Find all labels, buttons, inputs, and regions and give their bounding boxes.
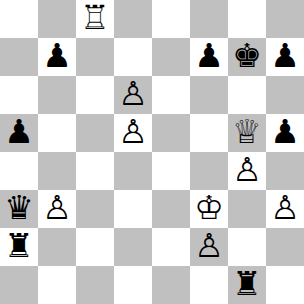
- square-e5[interactable]: [152, 114, 190, 152]
- square-c3[interactable]: [76, 190, 114, 228]
- square-a4[interactable]: [0, 152, 38, 190]
- square-h5[interactable]: ♟: [266, 114, 304, 152]
- square-e4[interactable]: [152, 152, 190, 190]
- square-d5[interactable]: ♙: [114, 114, 152, 152]
- square-h4[interactable]: [266, 152, 304, 190]
- white-pawn: ♙: [232, 152, 262, 189]
- square-c1[interactable]: [76, 266, 114, 304]
- square-f7[interactable]: ♟: [190, 38, 228, 76]
- black-pawn: ♟: [42, 38, 72, 75]
- square-h7[interactable]: ♟: [266, 38, 304, 76]
- square-g7[interactable]: ♚: [228, 38, 266, 76]
- square-b1[interactable]: [38, 266, 76, 304]
- black-pawn: ♟: [270, 114, 300, 151]
- square-b4[interactable]: [38, 152, 76, 190]
- square-e1[interactable]: [152, 266, 190, 304]
- white-pawn: ♙: [270, 190, 300, 227]
- square-b3[interactable]: ♙: [38, 190, 76, 228]
- square-a2[interactable]: ♜: [0, 228, 38, 266]
- square-f1[interactable]: [190, 266, 228, 304]
- square-c5[interactable]: [76, 114, 114, 152]
- white-pawn: ♙: [42, 190, 72, 227]
- black-king: ♚: [232, 38, 262, 75]
- square-c2[interactable]: [76, 228, 114, 266]
- square-b6[interactable]: [38, 76, 76, 114]
- square-f4[interactable]: [190, 152, 228, 190]
- square-a7[interactable]: [0, 38, 38, 76]
- square-f8[interactable]: [190, 0, 228, 38]
- square-c7[interactable]: [76, 38, 114, 76]
- chess-board: ♖♟♟♚♟♙♟♙♕♟♙♛♙♔♙♜♙♜: [0, 0, 304, 304]
- square-b2[interactable]: [38, 228, 76, 266]
- square-e2[interactable]: [152, 228, 190, 266]
- square-a8[interactable]: [0, 0, 38, 38]
- white-king: ♔: [194, 190, 224, 227]
- white-pawn: ♙: [118, 76, 148, 113]
- black-rook: ♜: [232, 266, 262, 303]
- white-rook: ♖: [80, 0, 110, 37]
- square-c6[interactable]: [76, 76, 114, 114]
- square-e6[interactable]: [152, 76, 190, 114]
- white-pawn: ♙: [194, 228, 224, 265]
- square-c4[interactable]: [76, 152, 114, 190]
- square-g3[interactable]: [228, 190, 266, 228]
- square-d6[interactable]: ♙: [114, 76, 152, 114]
- square-b8[interactable]: [38, 0, 76, 38]
- square-a1[interactable]: [0, 266, 38, 304]
- square-h1[interactable]: [266, 266, 304, 304]
- white-pawn: ♙: [118, 114, 148, 151]
- square-d4[interactable]: [114, 152, 152, 190]
- square-b5[interactable]: [38, 114, 76, 152]
- square-g4[interactable]: ♙: [228, 152, 266, 190]
- square-f3[interactable]: ♔: [190, 190, 228, 228]
- black-pawn: ♟: [194, 38, 224, 75]
- square-h6[interactable]: [266, 76, 304, 114]
- square-h8[interactable]: [266, 0, 304, 38]
- square-h2[interactable]: [266, 228, 304, 266]
- black-queen: ♛: [4, 190, 34, 227]
- square-d8[interactable]: [114, 0, 152, 38]
- square-f2[interactable]: ♙: [190, 228, 228, 266]
- black-rook: ♜: [4, 228, 34, 265]
- black-pawn: ♟: [270, 38, 300, 75]
- square-g5[interactable]: ♕: [228, 114, 266, 152]
- square-e7[interactable]: [152, 38, 190, 76]
- square-d1[interactable]: [114, 266, 152, 304]
- square-g2[interactable]: [228, 228, 266, 266]
- square-d2[interactable]: [114, 228, 152, 266]
- black-pawn: ♟: [4, 114, 34, 151]
- square-h3[interactable]: ♙: [266, 190, 304, 228]
- square-b7[interactable]: ♟: [38, 38, 76, 76]
- square-e8[interactable]: [152, 0, 190, 38]
- square-a6[interactable]: [0, 76, 38, 114]
- square-d3[interactable]: [114, 190, 152, 228]
- square-c8[interactable]: ♖: [76, 0, 114, 38]
- white-queen: ♕: [232, 114, 262, 151]
- square-a3[interactable]: ♛: [0, 190, 38, 228]
- square-d7[interactable]: [114, 38, 152, 76]
- square-g6[interactable]: [228, 76, 266, 114]
- square-f6[interactable]: [190, 76, 228, 114]
- square-a5[interactable]: ♟: [0, 114, 38, 152]
- square-e3[interactable]: [152, 190, 190, 228]
- square-g1[interactable]: ♜: [228, 266, 266, 304]
- square-g8[interactable]: [228, 0, 266, 38]
- square-f5[interactable]: [190, 114, 228, 152]
